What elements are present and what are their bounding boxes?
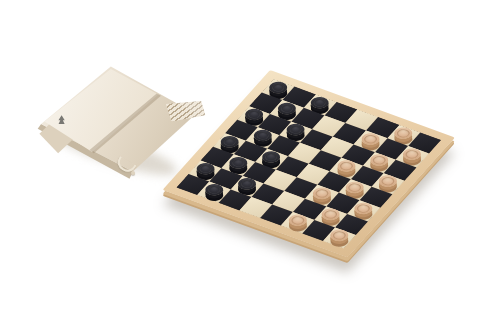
bag-drawstring-knot bbox=[131, 171, 135, 175]
product-photo-scene bbox=[0, 0, 496, 330]
board-grid bbox=[177, 79, 441, 249]
black-piece bbox=[266, 79, 291, 95]
wood-piece bbox=[391, 125, 416, 141]
checkers-board bbox=[163, 70, 456, 258]
black-piece bbox=[308, 95, 333, 111]
board-perspective-wrap bbox=[163, 70, 456, 258]
cloth-bag bbox=[36, 58, 206, 180]
